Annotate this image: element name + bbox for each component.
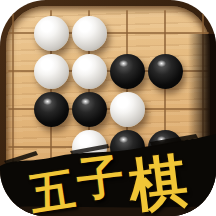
app-title: 五子棋 — [0, 144, 216, 216]
title-char-zi: 子 — [73, 144, 127, 212]
white-stone — [72, 16, 107, 51]
gomoku-app-icon[interactable]: 五子棋 — [0, 0, 216, 216]
white-stone — [110, 92, 145, 127]
white-stone — [72, 54, 107, 89]
white-stone — [34, 54, 69, 89]
white-stone — [34, 16, 69, 51]
black-stone — [148, 54, 183, 89]
black-stone — [34, 92, 69, 127]
title-banner: 五子棋 — [0, 134, 216, 216]
black-stone — [110, 54, 145, 89]
black-stone — [72, 92, 107, 127]
title-char-wu: 五 — [25, 159, 79, 216]
title-char-qi: 棋 — [125, 142, 192, 216]
